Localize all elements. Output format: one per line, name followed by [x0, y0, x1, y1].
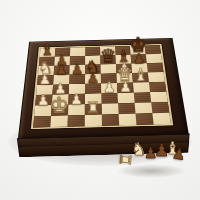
square-c4 — [69, 84, 85, 94]
square-g2 — [135, 102, 153, 113]
square-b5 — [53, 75, 69, 85]
square-h2 — [151, 102, 169, 113]
square-g6 — [131, 63, 147, 73]
square-g1 — [136, 113, 154, 125]
square-d3 — [85, 93, 102, 104]
square-a7 — [39, 57, 55, 66]
square-f3 — [117, 93, 134, 104]
square-f4: ♟ — [117, 83, 134, 93]
square-a3: ♟ — [35, 95, 52, 106]
square-b6: ♟ — [54, 65, 70, 75]
chess-set-product-photo: ♝♚♟♛♝♟♞♟♟♞♟♟♟♛♝♟♟♟♟♟♚♜ ♜♞♟♟♝♟ — [0, 0, 200, 200]
square-f1 — [119, 114, 137, 126]
square-d7 — [85, 55, 100, 64]
chess-board: ♝♚♟♛♝♟♞♟♟♞♟♟♟♛♝♟♟♟♟♟♚♜ — [31, 44, 173, 129]
square-c6: ♟ — [69, 65, 85, 75]
square-g7: ♟ — [131, 54, 147, 63]
square-h3 — [150, 92, 168, 103]
square-a4 — [36, 85, 53, 95]
square-e2 — [101, 103, 118, 114]
square-a5: ♟ — [37, 75, 54, 85]
square-c1 — [68, 115, 85, 127]
square-b3 — [52, 94, 69, 105]
square-b4: ♟ — [52, 84, 69, 94]
square-g3 — [134, 92, 151, 103]
square-h7 — [146, 54, 162, 63]
square-c8 — [70, 47, 85, 56]
chess-board-box: ♝♚♟♛♝♟♞♟♟♞♟♟♟♛♝♟♟♟♟♟♚♜ — [18, 38, 189, 139]
square-e1 — [102, 114, 119, 126]
square-b7: ♟ — [54, 56, 70, 65]
white-knight: ♞ — [38, 59, 53, 76]
dark-bishop: ♝ — [40, 42, 55, 59]
square-f8 — [115, 46, 131, 55]
square-c3: ♟ — [68, 94, 85, 105]
square-h4 — [149, 82, 166, 92]
square-e3 — [101, 93, 118, 104]
captured-dark-pawn: ♟ — [171, 146, 186, 163]
square-d5: ♟ — [85, 74, 101, 84]
square-b1 — [50, 115, 68, 127]
square-d4 — [85, 83, 101, 93]
square-a6: ♞ — [38, 66, 54, 76]
square-h8 — [145, 45, 161, 54]
square-f5: ♛ — [116, 73, 132, 83]
square-e7: ♛ — [100, 55, 116, 64]
square-e8 — [100, 46, 115, 55]
square-g4 — [133, 82, 150, 92]
square-f2 — [118, 103, 135, 114]
square-a8: ♝ — [40, 48, 56, 57]
square-d8 — [85, 47, 100, 56]
square-d6: ♞ — [85, 64, 101, 74]
square-d1 — [85, 115, 102, 127]
square-e5 — [101, 73, 117, 83]
square-e6 — [101, 64, 117, 74]
square-f6: ♟ — [116, 64, 132, 74]
square-c7 — [70, 56, 85, 65]
square-g8: ♚ — [130, 46, 146, 55]
square-c2 — [68, 104, 85, 115]
square-h6 — [147, 63, 164, 73]
square-h5 — [148, 72, 165, 82]
square-g5: ♝ — [132, 73, 149, 83]
square-b2: ♚ — [51, 105, 68, 116]
square-f7: ♝ — [115, 55, 131, 64]
square-a2 — [34, 105, 52, 116]
square-d2: ♜ — [85, 104, 102, 115]
square-e4: ♟ — [101, 83, 118, 93]
square-a1 — [33, 116, 51, 128]
square-h1 — [152, 113, 170, 125]
square-c5 — [69, 74, 85, 84]
board-perspective-wrapper: ♝♚♟♛♝♟♞♟♟♞♟♟♟♛♝♟♟♟♟♟♚♜ — [24, 6, 180, 162]
